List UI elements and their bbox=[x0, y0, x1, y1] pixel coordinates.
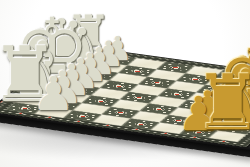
chess-set-photo: ♜♞♝♛♚♝♞♜♟♟♟♟♟♟♟♟♟♟♟♟♟♟♟♟♜♞♝♛♚♝♞♜ bbox=[0, 0, 250, 167]
